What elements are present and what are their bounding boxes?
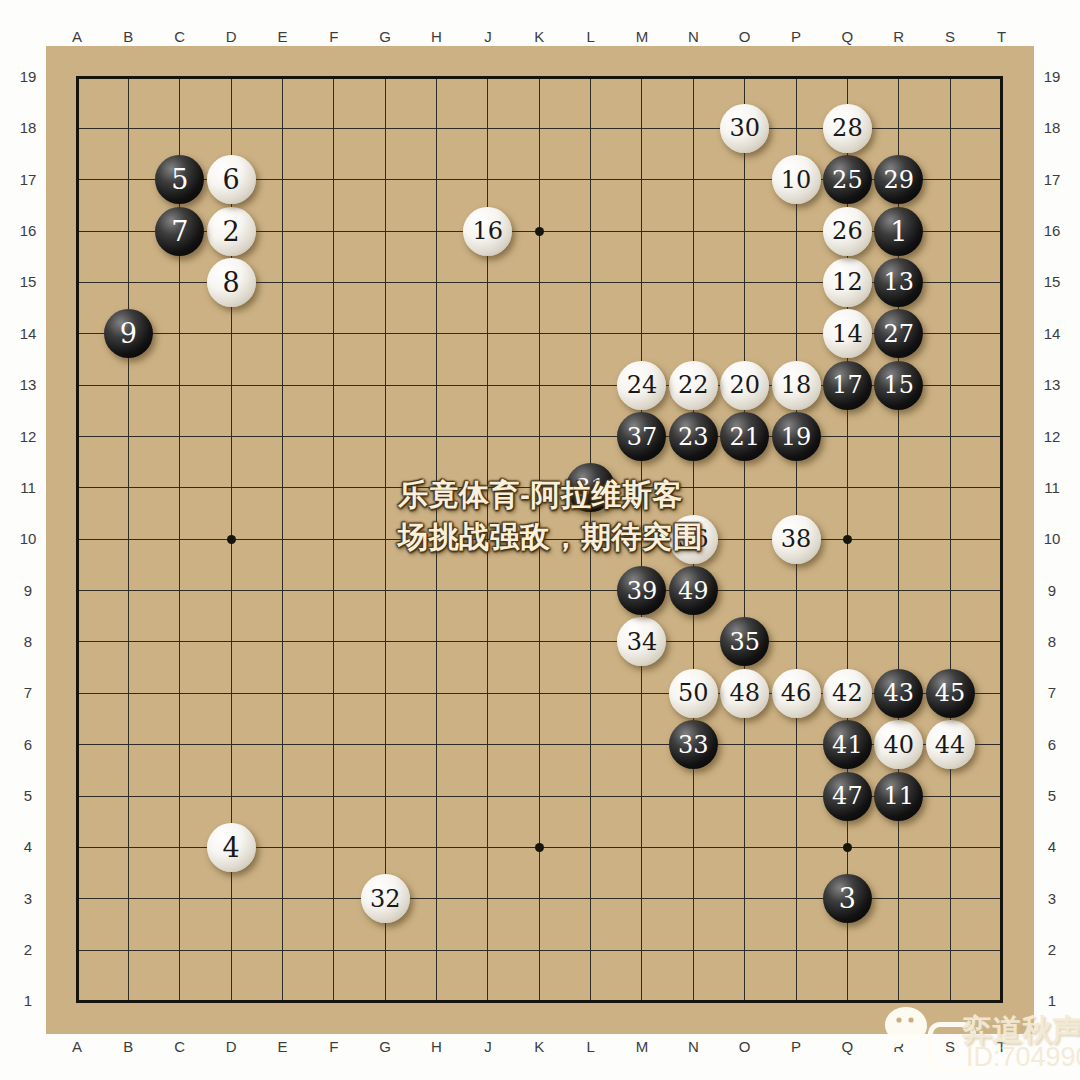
stone-white-10: 10: [772, 155, 821, 204]
row-label-left-12: 12: [13, 428, 43, 445]
stone-white-18: 18: [772, 361, 821, 410]
stone-number: 28: [832, 114, 863, 142]
stone-number: 1: [890, 216, 907, 247]
stone-black-3: 3: [823, 874, 872, 923]
stone-number: 20: [729, 371, 760, 399]
row-label-left-4: 4: [13, 838, 43, 855]
star-point: [843, 843, 852, 852]
stone-black-17: 17: [823, 361, 872, 410]
column-label-bottom-B: B: [113, 1038, 143, 1055]
stone-number: 33: [678, 731, 709, 759]
row-label-right-7: 7: [1037, 684, 1067, 701]
column-label-top-N: N: [678, 28, 708, 45]
row-label-left-19: 19: [13, 68, 43, 85]
column-label-top-H: H: [422, 28, 452, 45]
column-label-top-T: T: [986, 28, 1016, 45]
stone-number: 26: [832, 217, 863, 245]
column-label-top-D: D: [216, 28, 246, 45]
row-label-right-13: 13: [1037, 376, 1067, 393]
stone-number: 5: [171, 164, 188, 195]
stone-number: 30: [729, 114, 760, 142]
stone-white-14: 14: [823, 309, 872, 358]
row-label-left-17: 17: [13, 171, 43, 188]
column-label-bottom-M: M: [627, 1038, 657, 1055]
column-label-top-F: F: [319, 28, 349, 45]
column-label-top-K: K: [524, 28, 554, 45]
stone-black-45: 45: [926, 669, 975, 718]
column-label-top-O: O: [730, 28, 760, 45]
column-label-top-B: B: [113, 28, 143, 45]
stone-black-11: 11: [874, 772, 923, 821]
stone-white-2: 2: [207, 207, 256, 256]
stone-white-16: 16: [463, 207, 512, 256]
stone-white-30: 30: [720, 104, 769, 153]
row-label-right-6: 6: [1037, 736, 1067, 753]
column-label-bottom-O: O: [730, 1038, 760, 1055]
stone-white-12: 12: [823, 258, 872, 307]
stone-black-23: 23: [669, 412, 718, 461]
column-label-top-M: M: [627, 28, 657, 45]
column-label-bottom-F: F: [319, 1038, 349, 1055]
column-label-bottom-K: K: [524, 1038, 554, 1055]
star-point: [843, 535, 852, 544]
caption-line-2: 场挑战强敌，期待突围: [398, 516, 703, 558]
column-label-bottom-J: J: [473, 1038, 503, 1055]
row-label-right-11: 11: [1037, 479, 1067, 496]
stone-number: 50: [678, 679, 709, 707]
stone-number: 12: [832, 268, 863, 296]
column-label-bottom-P: P: [781, 1038, 811, 1055]
stone-number: 39: [627, 577, 658, 605]
column-label-top-Q: Q: [832, 28, 862, 45]
stone-white-24: 24: [617, 361, 666, 410]
stone-number: 4: [222, 832, 239, 863]
stone-black-49: 49: [669, 566, 718, 615]
row-label-left-5: 5: [13, 787, 43, 804]
column-label-top-P: P: [781, 28, 811, 45]
stone-number: 7: [171, 216, 188, 247]
column-label-bottom-H: H: [422, 1038, 452, 1055]
watermark: 弈道秋声 ID:70499039: [880, 1000, 1080, 1080]
column-label-bottom-D: D: [216, 1038, 246, 1055]
stone-number: 22: [678, 371, 709, 399]
row-label-left-8: 8: [13, 633, 43, 650]
stone-white-42: 42: [823, 669, 872, 718]
stone-number: 14: [832, 320, 863, 348]
stone-white-8: 8: [207, 258, 256, 307]
row-label-left-15: 15: [13, 273, 43, 290]
stone-black-47: 47: [823, 772, 872, 821]
row-label-left-6: 6: [13, 736, 43, 753]
watermark-id: ID:70499039: [966, 1042, 1080, 1073]
stone-black-43: 43: [874, 669, 923, 718]
row-label-right-12: 12: [1037, 428, 1067, 445]
stone-white-44: 44: [926, 720, 975, 769]
stone-black-13: 13: [874, 258, 923, 307]
stone-black-21: 21: [720, 412, 769, 461]
row-label-right-19: 19: [1037, 68, 1067, 85]
stone-number: 15: [883, 371, 914, 399]
stone-number: 23: [678, 423, 709, 451]
row-label-right-9: 9: [1037, 582, 1067, 599]
row-label-left-2: 2: [13, 941, 43, 958]
stone-number: 32: [370, 885, 401, 913]
stone-white-20: 20: [720, 361, 769, 410]
stone-white-32: 32: [361, 874, 410, 923]
stone-white-50: 50: [669, 669, 718, 718]
stone-number: 17: [832, 371, 863, 399]
row-label-right-17: 17: [1037, 171, 1067, 188]
star-point: [227, 535, 236, 544]
column-label-bottom-C: C: [165, 1038, 195, 1055]
stone-number: 19: [781, 423, 812, 451]
stone-number: 3: [839, 883, 856, 914]
stone-number: 27: [883, 320, 914, 348]
stone-white-48: 48: [720, 669, 769, 718]
row-label-left-10: 10: [13, 530, 43, 547]
stone-number: 46: [781, 679, 812, 707]
column-label-top-E: E: [267, 28, 297, 45]
stone-number: 13: [883, 268, 914, 296]
stone-black-7: 7: [155, 207, 204, 256]
column-label-top-J: J: [473, 28, 503, 45]
row-label-right-14: 14: [1037, 325, 1067, 342]
caption-overlay: 乐竟体育-阿拉维斯客 场挑战强敌，期待突围: [398, 474, 703, 558]
row-label-left-13: 13: [13, 376, 43, 393]
row-label-right-10: 10: [1037, 530, 1067, 547]
stone-number: 44: [935, 731, 966, 759]
row-label-left-9: 9: [13, 582, 43, 599]
stone-number: 10: [781, 166, 812, 194]
column-label-top-C: C: [165, 28, 195, 45]
stone-number: 25: [832, 166, 863, 194]
stone-number: 35: [729, 628, 760, 656]
stone-number: 34: [627, 628, 658, 656]
stone-number: 9: [120, 318, 137, 349]
row-label-left-11: 11: [13, 479, 43, 496]
column-label-bottom-E: E: [267, 1038, 297, 1055]
stone-white-38: 38: [772, 515, 821, 564]
column-label-bottom-N: N: [678, 1038, 708, 1055]
stone-number: 16: [473, 217, 504, 245]
stone-number: 6: [222, 164, 239, 195]
row-label-left-16: 16: [13, 222, 43, 239]
stone-number: 21: [729, 423, 760, 451]
row-label-right-3: 3: [1037, 890, 1067, 907]
row-label-right-8: 8: [1037, 633, 1067, 650]
stone-black-25: 25: [823, 155, 872, 204]
stone-black-1: 1: [874, 207, 923, 256]
stone-white-6: 6: [207, 155, 256, 204]
stone-white-26: 26: [823, 207, 872, 256]
column-label-bottom-G: G: [370, 1038, 400, 1055]
stone-number: 2: [222, 216, 239, 247]
column-label-top-S: S: [935, 28, 965, 45]
column-label-bottom-A: A: [62, 1038, 92, 1055]
stone-white-4: 4: [207, 823, 256, 872]
stone-number: 49: [678, 577, 709, 605]
caption-line-1: 乐竟体育-阿拉维斯客: [398, 474, 703, 516]
stone-number: 45: [935, 679, 966, 707]
stone-number: 11: [883, 782, 914, 810]
column-label-bottom-Q: Q: [832, 1038, 862, 1055]
stone-number: 43: [883, 679, 914, 707]
stone-black-41: 41: [823, 720, 872, 769]
stone-number: 29: [883, 166, 914, 194]
row-label-left-7: 7: [13, 684, 43, 701]
stone-number: 40: [883, 731, 914, 759]
row-label-right-18: 18: [1037, 119, 1067, 136]
stone-number: 37: [627, 423, 658, 451]
row-label-left-18: 18: [13, 119, 43, 136]
stone-number: 41: [832, 731, 863, 759]
speech-bubble-icon: [884, 1006, 928, 1052]
column-label-top-A: A: [62, 28, 92, 45]
stone-black-19: 19: [772, 412, 821, 461]
star-point: [535, 227, 544, 236]
stone-number: 8: [222, 267, 239, 298]
stone-white-22: 22: [669, 361, 718, 410]
column-label-top-G: G: [370, 28, 400, 45]
row-label-right-2: 2: [1037, 941, 1067, 958]
column-label-bottom-L: L: [576, 1038, 606, 1055]
stone-black-33: 33: [669, 720, 718, 769]
page: 乐竟体育-阿拉维斯客 场挑战强敌，期待突围 弈道秋声 ID:70499039 A…: [0, 0, 1080, 1080]
star-point: [535, 843, 544, 852]
row-label-right-4: 4: [1037, 838, 1067, 855]
stone-number: 47: [832, 782, 863, 810]
stone-number: 18: [781, 371, 812, 399]
stone-number: 48: [729, 679, 760, 707]
stone-number: 42: [832, 679, 863, 707]
stone-black-15: 15: [874, 361, 923, 410]
stone-number: 38: [781, 525, 812, 553]
column-label-top-R: R: [884, 28, 914, 45]
row-label-right-15: 15: [1037, 273, 1067, 290]
row-label-left-3: 3: [13, 890, 43, 907]
stone-white-46: 46: [772, 669, 821, 718]
row-label-left-1: 1: [13, 992, 43, 1009]
stone-white-28: 28: [823, 104, 872, 153]
row-label-right-16: 16: [1037, 222, 1067, 239]
stone-number: 24: [627, 371, 658, 399]
row-label-right-5: 5: [1037, 787, 1067, 804]
row-label-left-14: 14: [13, 325, 43, 342]
column-label-top-L: L: [576, 28, 606, 45]
stone-black-9: 9: [104, 309, 153, 358]
